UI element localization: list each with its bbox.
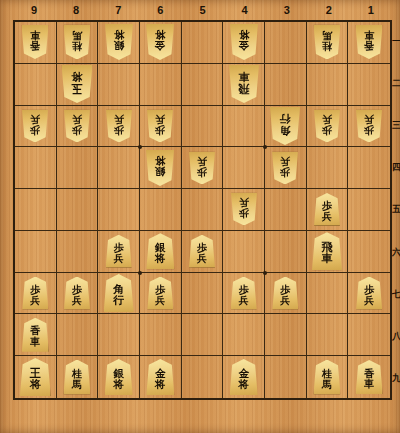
piece-kanji: 香 [364, 40, 374, 51]
piece-kanji: 将 [238, 379, 249, 390]
piece-sente-lance[interactable]: 香車 [356, 360, 383, 394]
piece-kanji: 兵 [322, 211, 332, 222]
square-1-7[interactable]: 歩兵 [348, 273, 390, 315]
rank-label-8: 八 [392, 332, 400, 341]
rank-labels: 一二三四五六七八九 [392, 20, 400, 400]
piece-kanji: 歩 [364, 285, 374, 296]
square-6-2[interactable] [140, 64, 182, 106]
square-6-1[interactable]: 金将 [140, 22, 182, 64]
piece-kanji: 歩 [197, 166, 207, 177]
piece-gote-gold[interactable]: 金将 [146, 24, 174, 60]
piece-gote-knight[interactable]: 桂馬 [63, 25, 90, 60]
piece-kanji: 歩 [114, 243, 124, 254]
piece-gote-pawn[interactable]: 歩兵 [314, 109, 340, 142]
square-8-5[interactable] [57, 189, 99, 231]
square-4-8[interactable] [223, 314, 265, 356]
piece-kanji: 将 [71, 71, 82, 83]
square-3-3[interactable]: 角行 [265, 106, 307, 148]
square-9-5[interactable] [15, 189, 57, 231]
piece-kanji: 将 [155, 155, 166, 166]
piece-kanji: 将 [155, 29, 166, 40]
piece-gote-knight[interactable]: 桂馬 [313, 25, 340, 60]
piece-kanji: 馬 [72, 379, 82, 390]
piece-kanji: 歩 [280, 285, 290, 296]
piece-kanji: 桂 [72, 369, 82, 380]
square-4-2[interactable]: 飛車 [223, 64, 265, 106]
rank-label-7: 七 [392, 290, 400, 299]
square-7-3[interactable]: 歩兵 [98, 106, 140, 148]
piece-kanji: 兵 [197, 155, 207, 166]
piece-sente-silver[interactable]: 銀将 [105, 359, 133, 395]
square-2-3[interactable]: 歩兵 [307, 106, 349, 148]
piece-gote-gold[interactable]: 金将 [230, 24, 258, 60]
piece-sente-gold[interactable]: 金将 [146, 359, 174, 395]
rank-label-9: 九 [392, 374, 400, 383]
square-1-5[interactable] [348, 189, 390, 231]
square-4-5[interactable]: 歩兵 [223, 189, 265, 231]
square-4-1[interactable]: 金将 [223, 22, 265, 64]
square-6-7[interactable]: 歩兵 [140, 273, 182, 315]
square-5-3[interactable] [182, 106, 224, 148]
square-7-7[interactable]: 角行 [98, 273, 140, 315]
square-7-6[interactable]: 歩兵 [98, 231, 140, 273]
square-9-4[interactable] [15, 147, 57, 189]
square-9-2[interactable] [15, 64, 57, 106]
piece-sente-pawn[interactable]: 歩兵 [106, 235, 132, 268]
square-2-2[interactable] [307, 64, 349, 106]
piece-kanji: 歩 [280, 166, 290, 177]
square-9-8[interactable]: 香車 [15, 314, 57, 356]
piece-kanji: 玉 [71, 82, 82, 94]
piece-kanji: 車 [30, 337, 40, 348]
piece-kanji: 兵 [364, 113, 374, 124]
piece-kanji: 馬 [322, 379, 332, 390]
piece-kanji: 歩 [364, 124, 374, 135]
piece-kanji: 兵 [239, 295, 249, 306]
piece-kanji: 馬 [322, 30, 332, 41]
square-2-1[interactable]: 桂馬 [307, 22, 349, 64]
square-8-3[interactable]: 歩兵 [57, 106, 99, 148]
square-7-9[interactable]: 銀将 [98, 356, 140, 398]
square-2-7[interactable] [307, 273, 349, 315]
piece-kanji: 将 [238, 29, 249, 40]
square-3-8[interactable] [265, 314, 307, 356]
square-6-6[interactable]: 銀将 [140, 231, 182, 273]
piece-kanji: 車 [364, 379, 374, 390]
square-1-1[interactable]: 香車 [348, 22, 390, 64]
square-8-1[interactable]: 桂馬 [57, 22, 99, 64]
square-5-7[interactable] [182, 273, 224, 315]
piece-kanji: 歩 [239, 285, 249, 296]
square-6-5[interactable] [140, 189, 182, 231]
file-label-7: 7 [115, 5, 121, 16]
piece-kanji: 歩 [114, 124, 124, 135]
square-3-1[interactable] [265, 22, 307, 64]
piece-gote-bishop[interactable]: 角行 [270, 107, 300, 145]
square-5-2[interactable] [182, 64, 224, 106]
piece-gote-pawn[interactable]: 歩兵 [106, 109, 132, 142]
file-label-8: 8 [73, 5, 79, 16]
rank-label-3: 三 [392, 121, 400, 130]
piece-kanji: 将 [113, 29, 124, 40]
square-1-8[interactable] [348, 314, 390, 356]
piece-kanji: 将 [30, 379, 41, 391]
square-9-7[interactable]: 歩兵 [15, 273, 57, 315]
piece-kanji: 歩 [72, 285, 82, 296]
square-4-7[interactable]: 歩兵 [223, 273, 265, 315]
square-5-4[interactable]: 歩兵 [182, 147, 224, 189]
file-label-5: 5 [199, 5, 205, 16]
piece-kanji: 銀 [113, 40, 124, 51]
piece-kanji: 金 [155, 40, 166, 51]
square-5-8[interactable] [182, 314, 224, 356]
piece-sente-lance[interactable]: 香車 [22, 318, 49, 352]
piece-kanji: 将 [113, 379, 124, 390]
square-5-1[interactable] [182, 22, 224, 64]
piece-kanji: 兵 [322, 113, 332, 124]
file-label-1: 1 [368, 5, 374, 16]
square-3-2[interactable] [265, 64, 307, 106]
piece-kanji: 行 [113, 295, 124, 307]
piece-gote-lance[interactable]: 香車 [356, 25, 383, 59]
square-8-9[interactable]: 桂馬 [57, 356, 99, 398]
square-9-1[interactable]: 香車 [15, 22, 57, 64]
square-6-9[interactable]: 金将 [140, 356, 182, 398]
piece-kanji: 兵 [30, 295, 40, 306]
file-label-4: 4 [242, 5, 248, 16]
piece-gote-silver[interactable]: 銀将 [146, 150, 174, 186]
piece-sente-pawn[interactable]: 歩兵 [147, 277, 173, 310]
square-2-8[interactable] [307, 314, 349, 356]
piece-kanji: 兵 [239, 197, 249, 208]
square-7-8[interactable] [98, 314, 140, 356]
file-label-2: 2 [326, 5, 332, 16]
rank-label-4: 四 [392, 163, 400, 172]
piece-kanji: 歩 [322, 124, 332, 135]
square-9-6[interactable] [15, 231, 57, 273]
piece-gote-pawn[interactable]: 歩兵 [356, 109, 382, 142]
square-8-7[interactable]: 歩兵 [57, 273, 99, 315]
square-7-4[interactable] [98, 147, 140, 189]
piece-kanji: 兵 [72, 295, 82, 306]
square-8-8[interactable] [57, 314, 99, 356]
piece-gote-lance[interactable]: 香車 [22, 25, 49, 59]
piece-sente-king[interactable]: 王将 [20, 358, 51, 396]
piece-kanji: 車 [364, 30, 374, 41]
piece-gote-pawn[interactable]: 歩兵 [22, 109, 48, 142]
piece-sente-knight[interactable]: 桂馬 [63, 360, 90, 395]
piece-kanji: 歩 [239, 207, 249, 218]
piece-sente-rook[interactable]: 飛車 [312, 232, 342, 270]
piece-sente-pawn[interactable]: 歩兵 [189, 235, 215, 268]
square-2-6[interactable]: 飛車 [307, 231, 349, 273]
file-labels: 987654321 [13, 0, 392, 20]
square-3-5[interactable] [265, 189, 307, 231]
square-4-4[interactable] [223, 147, 265, 189]
file-label-6: 6 [157, 5, 163, 16]
square-4-6[interactable] [223, 231, 265, 273]
piece-gote-pawn[interactable]: 歩兵 [64, 109, 90, 142]
piece-kanji: 車 [238, 71, 249, 83]
piece-kanji: 将 [155, 379, 166, 390]
square-1-6[interactable] [348, 231, 390, 273]
piece-kanji: 兵 [197, 253, 207, 264]
piece-kanji: 歩 [155, 285, 165, 296]
piece-kanji: 桂 [322, 40, 332, 51]
square-7-2[interactable] [98, 64, 140, 106]
square-5-5[interactable] [182, 189, 224, 231]
piece-gote-rook[interactable]: 飛車 [229, 65, 259, 103]
rank-label-1: 一 [392, 37, 400, 46]
piece-kanji: 銀 [155, 166, 166, 177]
square-1-9[interactable]: 香車 [348, 356, 390, 398]
square-2-9[interactable]: 桂馬 [307, 356, 349, 398]
piece-gote-pawn[interactable]: 歩兵 [272, 151, 298, 184]
square-6-3[interactable]: 歩兵 [140, 106, 182, 148]
piece-sente-gold[interactable]: 金将 [230, 359, 258, 395]
square-8-2[interactable]: 玉将 [57, 64, 99, 106]
square-2-5[interactable]: 歩兵 [307, 189, 349, 231]
shogi-board[interactable]: 香車桂馬銀将金将金将桂馬香車玉将飛車歩兵歩兵歩兵歩兵角行歩兵歩兵銀将歩兵歩兵歩兵… [13, 20, 392, 400]
square-8-4[interactable] [57, 147, 99, 189]
square-7-1[interactable]: 銀将 [98, 22, 140, 64]
square-1-4[interactable] [348, 147, 390, 189]
piece-kanji: 兵 [30, 113, 40, 124]
file-label-3: 3 [284, 5, 290, 16]
rank-label-5: 五 [392, 205, 400, 214]
square-3-7[interactable]: 歩兵 [265, 273, 307, 315]
piece-kanji: 歩 [30, 285, 40, 296]
square-6-8[interactable] [140, 314, 182, 356]
square-8-6[interactable] [57, 231, 99, 273]
piece-kanji: 歩 [72, 124, 82, 135]
square-5-6[interactable]: 歩兵 [182, 231, 224, 273]
square-7-5[interactable] [98, 189, 140, 231]
piece-kanji: 兵 [155, 113, 165, 124]
square-9-3[interactable]: 歩兵 [15, 106, 57, 148]
square-1-2[interactable] [348, 64, 390, 106]
square-3-6[interactable] [265, 231, 307, 273]
piece-gote-silver[interactable]: 銀将 [105, 24, 133, 60]
piece-sente-pawn[interactable]: 歩兵 [314, 193, 340, 226]
piece-sente-pawn[interactable]: 歩兵 [272, 277, 298, 310]
piece-kanji: 兵 [155, 295, 165, 306]
square-3-9[interactable] [265, 356, 307, 398]
piece-kanji: 飛 [238, 82, 249, 94]
square-6-4[interactable]: 銀将 [140, 147, 182, 189]
piece-kanji: 香 [30, 40, 40, 51]
piece-kanji: 角 [280, 124, 291, 136]
piece-kanji: 兵 [114, 113, 124, 124]
rank-label-6: 六 [392, 248, 400, 257]
piece-sente-pawn[interactable]: 歩兵 [231, 277, 257, 310]
piece-kanji: 兵 [72, 113, 82, 124]
piece-kanji: 兵 [114, 253, 124, 264]
square-4-9[interactable]: 金将 [223, 356, 265, 398]
piece-kanji: 桂 [72, 40, 82, 51]
square-9-9[interactable]: 王将 [15, 356, 57, 398]
piece-sente-pawn[interactable]: 歩兵 [22, 277, 48, 310]
rank-label-2: 二 [392, 79, 400, 88]
piece-kanji: 兵 [280, 295, 290, 306]
piece-kanji: 歩 [155, 124, 165, 135]
piece-kanji: 行 [280, 112, 291, 124]
piece-kanji: 金 [238, 40, 249, 51]
piece-sente-pawn[interactable]: 歩兵 [64, 277, 90, 310]
piece-gote-king[interactable]: 玉将 [61, 65, 92, 103]
piece-gote-pawn[interactable]: 歩兵 [147, 109, 173, 142]
piece-sente-silver[interactable]: 銀将 [146, 233, 174, 269]
shogi-app: 987654321 香車桂馬銀将金将金将桂馬香車玉将飛車歩兵歩兵歩兵歩兵角行歩兵… [0, 0, 400, 433]
piece-sente-knight[interactable]: 桂馬 [313, 360, 340, 395]
piece-kanji: 車 [30, 30, 40, 41]
piece-kanji: 兵 [280, 155, 290, 166]
piece-kanji: 歩 [30, 124, 40, 135]
square-3-4[interactable]: 歩兵 [265, 147, 307, 189]
piece-sente-pawn[interactable]: 歩兵 [356, 277, 382, 310]
piece-kanji: 歩 [197, 243, 207, 254]
square-1-3[interactable]: 歩兵 [348, 106, 390, 148]
piece-sente-bishop[interactable]: 角行 [104, 274, 134, 312]
file-label-9: 9 [31, 5, 37, 16]
square-4-3[interactable] [223, 106, 265, 148]
piece-kanji: 車 [321, 253, 332, 265]
square-2-4[interactable] [307, 147, 349, 189]
piece-kanji: 将 [155, 253, 166, 264]
piece-kanji: 桂 [322, 369, 332, 380]
piece-kanji: 歩 [322, 201, 332, 212]
square-5-9[interactable] [182, 356, 224, 398]
piece-gote-pawn[interactable]: 歩兵 [231, 193, 257, 226]
piece-kanji: 兵 [364, 295, 374, 306]
piece-gote-pawn[interactable]: 歩兵 [189, 151, 215, 184]
piece-kanji: 馬 [72, 30, 82, 41]
